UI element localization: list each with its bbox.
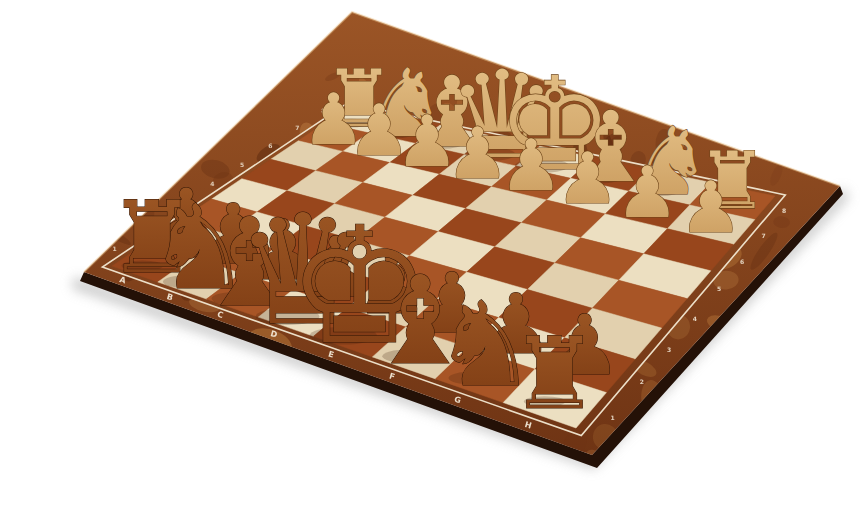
- rank-label-right-1: 1: [611, 414, 615, 421]
- rank-label-left-7: 7: [295, 124, 299, 131]
- rank-label-right-5: 5: [717, 285, 721, 292]
- rank-label-left-6: 6: [268, 142, 272, 149]
- rank-label-right-7: 7: [762, 232, 766, 239]
- piece-dark-rook-h1[interactable]: ♜: [510, 316, 599, 431]
- piece-light-pawn-e7[interactable]: ♟: [499, 124, 563, 207]
- rank-label-right-2: 2: [640, 378, 644, 385]
- piece-light-pawn-f7[interactable]: ♟: [556, 137, 620, 220]
- rank-label-right-4: 4: [693, 315, 697, 322]
- rank-label-right-6: 6: [740, 258, 744, 265]
- chess-board: ABCDEFGH8877665544332211♜♞♝♛♚♝♞♜♟♟♟♟♟♟♟♟…: [0, 0, 860, 530]
- rank-label-right-3: 3: [667, 346, 671, 353]
- piece-light-pawn-g7[interactable]: ♟: [616, 151, 680, 234]
- rank-label-right-8: 8: [782, 207, 786, 214]
- chess-set-photo-scene: ABCDEFGH8877665544332211♜♞♝♛♚♝♞♜♟♟♟♟♟♟♟♟…: [0, 0, 860, 530]
- piece-light-pawn-h7[interactable]: ♟: [679, 166, 743, 249]
- rank-label-left-5: 5: [240, 161, 244, 168]
